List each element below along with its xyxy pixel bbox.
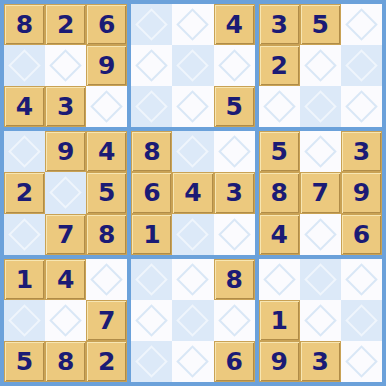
given-digit: 2 — [57, 12, 74, 37]
given-digit: 4 — [16, 94, 33, 119]
cell-r9c8: 3 — [300, 341, 341, 382]
cell-r8c7: 1 — [259, 300, 300, 341]
diamond-icon — [49, 49, 82, 82]
given-digit: 8 — [57, 349, 74, 374]
cell-r5c7: 8 — [259, 172, 300, 213]
cell-r5c3: 5 — [86, 172, 127, 213]
diamond-icon — [345, 91, 378, 124]
given-digit: 7 — [57, 222, 74, 247]
cell-r3c9[interactable] — [341, 86, 382, 127]
cell-r5c4: 6 — [131, 172, 172, 213]
cell-r8c2[interactable] — [45, 300, 86, 341]
cell-r4c5[interactable] — [172, 131, 213, 172]
cell-r1c3: 6 — [86, 4, 127, 45]
given-digit: 3 — [312, 349, 329, 374]
given-digit: 7 — [98, 308, 115, 333]
cell-r2c9[interactable] — [341, 45, 382, 86]
given-digit: 9 — [98, 53, 115, 78]
diamond-icon — [218, 304, 251, 337]
cell-r4c3: 4 — [86, 131, 127, 172]
given-digit: 5 — [225, 94, 242, 119]
cell-r7c3[interactable] — [86, 259, 127, 300]
cell-r7c4[interactable] — [131, 259, 172, 300]
diamond-icon — [177, 91, 210, 124]
diamond-icon — [8, 49, 41, 82]
given-digit: 2 — [16, 180, 33, 205]
given-digit: 9 — [353, 180, 370, 205]
given-digit: 4 — [98, 139, 115, 164]
given-digit: 9 — [271, 349, 288, 374]
cell-r8c6[interactable] — [214, 300, 255, 341]
given-digit: 1 — [16, 267, 33, 292]
box-9: 193 — [259, 259, 382, 382]
box-6: 5387946 — [259, 131, 382, 254]
diamond-icon — [49, 304, 82, 337]
cell-r9c6: 6 — [214, 341, 255, 382]
box-1: 826943 — [4, 4, 127, 127]
cell-r3c3[interactable] — [86, 86, 127, 127]
cell-r9c9[interactable] — [341, 341, 382, 382]
diamond-icon — [8, 218, 41, 251]
given-digit: 8 — [225, 267, 242, 292]
given-digit: 6 — [225, 349, 242, 374]
diamond-icon — [177, 345, 210, 378]
diamond-icon — [345, 49, 378, 82]
cell-r6c6[interactable] — [214, 214, 255, 255]
cell-r6c1[interactable] — [4, 214, 45, 255]
cell-r2c1[interactable] — [4, 45, 45, 86]
given-digit: 8 — [16, 12, 33, 37]
given-digit: 5 — [271, 139, 288, 164]
cell-r1c7: 3 — [259, 4, 300, 45]
given-digit: 5 — [312, 12, 329, 37]
cell-r5c6: 3 — [214, 172, 255, 213]
cell-r2c3: 9 — [86, 45, 127, 86]
cell-r4c1[interactable] — [4, 131, 45, 172]
diamond-icon — [345, 8, 378, 41]
sudoku-board: 8269434535294257886431538794614758286193 — [4, 4, 382, 382]
given-digit: 8 — [271, 180, 288, 205]
diamond-icon — [263, 263, 296, 296]
cell-r5c2[interactable] — [45, 172, 86, 213]
cell-r1c2: 2 — [45, 4, 86, 45]
diamond-icon — [177, 136, 210, 169]
cell-r7c8[interactable] — [300, 259, 341, 300]
cell-r6c9: 6 — [341, 214, 382, 255]
cell-r8c3: 7 — [86, 300, 127, 341]
cell-r3c6: 5 — [214, 86, 255, 127]
cell-r8c5[interactable] — [172, 300, 213, 341]
cell-r6c4: 1 — [131, 214, 172, 255]
cell-r3c8[interactable] — [300, 86, 341, 127]
diamond-icon — [136, 91, 169, 124]
diamond-icon — [218, 218, 251, 251]
given-digit: 2 — [271, 53, 288, 78]
given-digit: 4 — [271, 222, 288, 247]
cell-r4c4: 8 — [131, 131, 172, 172]
diamond-icon — [136, 8, 169, 41]
diamond-icon — [304, 263, 337, 296]
given-digit: 3 — [57, 94, 74, 119]
diamond-icon — [8, 136, 41, 169]
diamond-icon — [136, 304, 169, 337]
cell-r3c2: 3 — [45, 86, 86, 127]
box-5: 86431 — [131, 131, 254, 254]
diamond-icon — [177, 218, 210, 251]
cell-r1c6: 4 — [214, 4, 255, 45]
cell-r6c3: 8 — [86, 214, 127, 255]
diamond-icon — [136, 263, 169, 296]
sudoku-app-frame: 8269434535294257886431538794614758286193 — [0, 0, 386, 386]
given-digit: 4 — [184, 180, 201, 205]
given-digit: 9 — [57, 139, 74, 164]
diamond-icon — [136, 49, 169, 82]
given-digit: 2 — [98, 349, 115, 374]
cell-r1c1: 8 — [4, 4, 45, 45]
cell-r7c9[interactable] — [341, 259, 382, 300]
cell-r9c1: 5 — [4, 341, 45, 382]
cell-r1c5[interactable] — [172, 4, 213, 45]
box-7: 147582 — [4, 259, 127, 382]
cell-r5c8: 7 — [300, 172, 341, 213]
cell-r4c7: 5 — [259, 131, 300, 172]
given-digit: 6 — [143, 180, 160, 205]
cell-r9c4[interactable] — [131, 341, 172, 382]
cell-r6c7: 4 — [259, 214, 300, 255]
diamond-icon — [263, 91, 296, 124]
cell-r3c1: 4 — [4, 86, 45, 127]
box-3: 352 — [259, 4, 382, 127]
cell-r7c1: 1 — [4, 259, 45, 300]
cell-r8c8[interactable] — [300, 300, 341, 341]
cell-r4c8[interactable] — [300, 131, 341, 172]
diamond-icon — [345, 263, 378, 296]
diamond-icon — [218, 136, 251, 169]
box-2: 45 — [131, 4, 254, 127]
cell-r1c4[interactable] — [131, 4, 172, 45]
cell-r5c9: 9 — [341, 172, 382, 213]
given-digit: 5 — [98, 180, 115, 205]
cell-r7c7[interactable] — [259, 259, 300, 300]
cell-r2c5[interactable] — [172, 45, 213, 86]
cell-r2c7: 2 — [259, 45, 300, 86]
cell-r8c4[interactable] — [131, 300, 172, 341]
diamond-icon — [304, 49, 337, 82]
given-digit: 5 — [16, 349, 33, 374]
diamond-icon — [304, 218, 337, 251]
cell-r2c4[interactable] — [131, 45, 172, 86]
cell-r1c8: 5 — [300, 4, 341, 45]
cell-r7c2: 4 — [45, 259, 86, 300]
cell-r9c3: 2 — [86, 341, 127, 382]
diamond-icon — [345, 304, 378, 337]
given-digit: 6 — [353, 222, 370, 247]
diamond-icon — [91, 91, 124, 124]
given-digit: 6 — [98, 12, 115, 37]
cell-r4c2: 9 — [45, 131, 86, 172]
cell-r9c2: 8 — [45, 341, 86, 382]
cell-r2c6[interactable] — [214, 45, 255, 86]
diamond-icon — [218, 49, 251, 82]
diamond-icon — [177, 8, 210, 41]
given-digit: 4 — [57, 267, 74, 292]
given-digit: 8 — [98, 222, 115, 247]
cell-r1c9[interactable] — [341, 4, 382, 45]
cell-r6c2: 7 — [45, 214, 86, 255]
cell-r3c4[interactable] — [131, 86, 172, 127]
cell-r8c9[interactable] — [341, 300, 382, 341]
cell-r2c2[interactable] — [45, 45, 86, 86]
diamond-icon — [136, 345, 169, 378]
cell-r5c5: 4 — [172, 172, 213, 213]
cell-r9c5[interactable] — [172, 341, 213, 382]
cell-r5c1: 2 — [4, 172, 45, 213]
cell-r3c7[interactable] — [259, 86, 300, 127]
diamond-icon — [177, 49, 210, 82]
diamond-icon — [304, 91, 337, 124]
cell-r9c7: 9 — [259, 341, 300, 382]
given-digit: 3 — [225, 180, 242, 205]
cell-r4c6[interactable] — [214, 131, 255, 172]
diamond-icon — [49, 177, 82, 210]
given-digit: 3 — [271, 12, 288, 37]
cell-r7c5[interactable] — [172, 259, 213, 300]
diamond-icon — [8, 304, 41, 337]
cell-r7c6: 8 — [214, 259, 255, 300]
cell-r2c8[interactable] — [300, 45, 341, 86]
box-8: 86 — [131, 259, 254, 382]
cell-r8c1[interactable] — [4, 300, 45, 341]
diamond-icon — [177, 263, 210, 296]
diamond-icon — [304, 304, 337, 337]
diamond-icon — [91, 263, 124, 296]
given-digit: 1 — [271, 308, 288, 333]
given-digit: 4 — [225, 12, 242, 37]
cell-r4c9: 3 — [341, 131, 382, 172]
cell-r6c5[interactable] — [172, 214, 213, 255]
given-digit: 7 — [312, 180, 329, 205]
given-digit: 1 — [143, 222, 160, 247]
given-digit: 3 — [353, 139, 370, 164]
given-digit: 8 — [143, 139, 160, 164]
box-4: 942578 — [4, 131, 127, 254]
diamond-icon — [304, 136, 337, 169]
cell-r3c5[interactable] — [172, 86, 213, 127]
diamond-icon — [177, 304, 210, 337]
diamond-icon — [345, 345, 378, 378]
cell-r6c8[interactable] — [300, 214, 341, 255]
